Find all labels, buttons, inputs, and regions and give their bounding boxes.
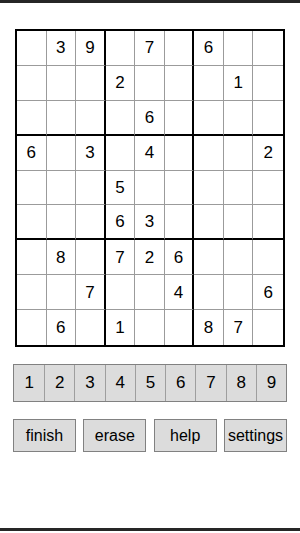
cell-r2c6[interactable] [165, 66, 195, 101]
cell-r5c2[interactable] [47, 171, 77, 206]
cell-r1c6[interactable] [165, 31, 195, 66]
cell-r5c5[interactable] [135, 171, 165, 206]
cell-r3c8[interactable] [224, 101, 254, 136]
numpad-key-2[interactable]: 2 [44, 365, 74, 401]
numpad-key-4[interactable]: 4 [105, 365, 135, 401]
cell-r9c4[interactable]: 1 [106, 310, 136, 345]
finish-button[interactable]: finish [13, 419, 76, 452]
cell-r2c4[interactable]: 2 [106, 66, 136, 101]
cell-r9c3[interactable] [76, 310, 106, 345]
cell-r1c3[interactable]: 9 [76, 31, 106, 66]
cell-r6c7[interactable] [194, 205, 224, 240]
cell-r2c9[interactable] [253, 66, 283, 101]
cell-r8c8[interactable] [224, 275, 254, 310]
cell-r6c9[interactable] [253, 205, 283, 240]
cell-r6c1[interactable] [17, 205, 47, 240]
cell-r5c9[interactable] [253, 171, 283, 206]
cell-r3c9[interactable] [253, 101, 283, 136]
cell-r3c2[interactable] [47, 101, 77, 136]
cell-r8c2[interactable] [47, 275, 77, 310]
cell-r2c5[interactable] [135, 66, 165, 101]
cell-r8c9[interactable]: 6 [253, 275, 283, 310]
numpad-key-9[interactable]: 9 [256, 365, 286, 401]
cell-r7c8[interactable] [224, 240, 254, 275]
numpad-key-1[interactable]: 1 [14, 365, 44, 401]
numpad-key-6[interactable]: 6 [165, 365, 195, 401]
cell-r9c9[interactable] [253, 310, 283, 345]
cell-r3c7[interactable] [194, 101, 224, 136]
bottom-frame-line [0, 528, 300, 531]
cell-r6c3[interactable] [76, 205, 106, 240]
cell-r7c7[interactable] [194, 240, 224, 275]
cell-r9c7[interactable]: 8 [194, 310, 224, 345]
sudoku-board: 3976216634256387267466187 [15, 29, 285, 347]
cell-r4c1[interactable]: 6 [17, 136, 47, 171]
help-button[interactable]: help [154, 419, 217, 452]
cell-r6c6[interactable] [165, 205, 195, 240]
cell-r5c1[interactable] [17, 171, 47, 206]
cell-r9c1[interactable] [17, 310, 47, 345]
cell-r9c5[interactable] [135, 310, 165, 345]
cell-r1c5[interactable]: 7 [135, 31, 165, 66]
cell-r3c4[interactable] [106, 101, 136, 136]
cell-r2c1[interactable] [17, 66, 47, 101]
cell-r5c4[interactable]: 5 [106, 171, 136, 206]
cell-r4c4[interactable] [106, 136, 136, 171]
cell-r4c5[interactable]: 4 [135, 136, 165, 171]
numpad-key-7[interactable]: 7 [195, 365, 225, 401]
cell-r2c8[interactable]: 1 [224, 66, 254, 101]
cell-r4c2[interactable] [47, 136, 77, 171]
cell-r2c2[interactable] [47, 66, 77, 101]
cell-r3c5[interactable]: 6 [135, 101, 165, 136]
erase-button[interactable]: erase [83, 419, 146, 452]
cell-r8c5[interactable] [135, 275, 165, 310]
numpad-key-3[interactable]: 3 [74, 365, 104, 401]
cell-r8c3[interactable]: 7 [76, 275, 106, 310]
cell-r5c7[interactable] [194, 171, 224, 206]
cell-r6c5[interactable]: 3 [135, 205, 165, 240]
cell-r1c2[interactable]: 3 [47, 31, 77, 66]
cell-r7c2[interactable]: 8 [47, 240, 77, 275]
numpad: 123456789 [13, 364, 287, 402]
cell-r3c1[interactable] [17, 101, 47, 136]
cell-r7c4[interactable]: 7 [106, 240, 136, 275]
cell-r4c3[interactable]: 3 [76, 136, 106, 171]
cell-r7c1[interactable] [17, 240, 47, 275]
cell-r5c8[interactable] [224, 171, 254, 206]
cell-r8c7[interactable] [194, 275, 224, 310]
numpad-key-5[interactable]: 5 [135, 365, 165, 401]
cell-r6c8[interactable] [224, 205, 254, 240]
cell-r7c5[interactable]: 2 [135, 240, 165, 275]
cell-r3c6[interactable] [165, 101, 195, 136]
settings-button[interactable]: settings [224, 419, 287, 452]
cell-r8c4[interactable] [106, 275, 136, 310]
cell-r9c8[interactable]: 7 [224, 310, 254, 345]
numpad-key-8[interactable]: 8 [226, 365, 256, 401]
cell-r2c3[interactable] [76, 66, 106, 101]
cell-r1c1[interactable] [17, 31, 47, 66]
cell-r1c4[interactable] [106, 31, 136, 66]
cell-r4c7[interactable] [194, 136, 224, 171]
cell-r6c4[interactable]: 6 [106, 205, 136, 240]
cell-r7c9[interactable] [253, 240, 283, 275]
cell-r8c6[interactable]: 4 [165, 275, 195, 310]
cell-r4c6[interactable] [165, 136, 195, 171]
cell-r8c1[interactable] [17, 275, 47, 310]
cell-r1c8[interactable] [224, 31, 254, 66]
cell-r5c3[interactable] [76, 171, 106, 206]
action-bar: finisherasehelpsettings [13, 419, 287, 452]
cell-r5c6[interactable] [165, 171, 195, 206]
cell-r4c8[interactable] [224, 136, 254, 171]
cell-r9c2[interactable]: 6 [47, 310, 77, 345]
cell-r2c7[interactable] [194, 66, 224, 101]
cell-r4c9[interactable]: 2 [253, 136, 283, 171]
cell-r9c6[interactable] [165, 310, 195, 345]
cell-r7c6[interactable]: 6 [165, 240, 195, 275]
cell-r1c9[interactable] [253, 31, 283, 66]
cell-r1c7[interactable]: 6 [194, 31, 224, 66]
cell-r7c3[interactable] [76, 240, 106, 275]
top-frame-line [0, 0, 300, 3]
sudoku-app-screen: 3976216634256387267466187 123456789 fini… [0, 0, 300, 533]
cell-r3c3[interactable] [76, 101, 106, 136]
cell-r6c2[interactable] [47, 205, 77, 240]
